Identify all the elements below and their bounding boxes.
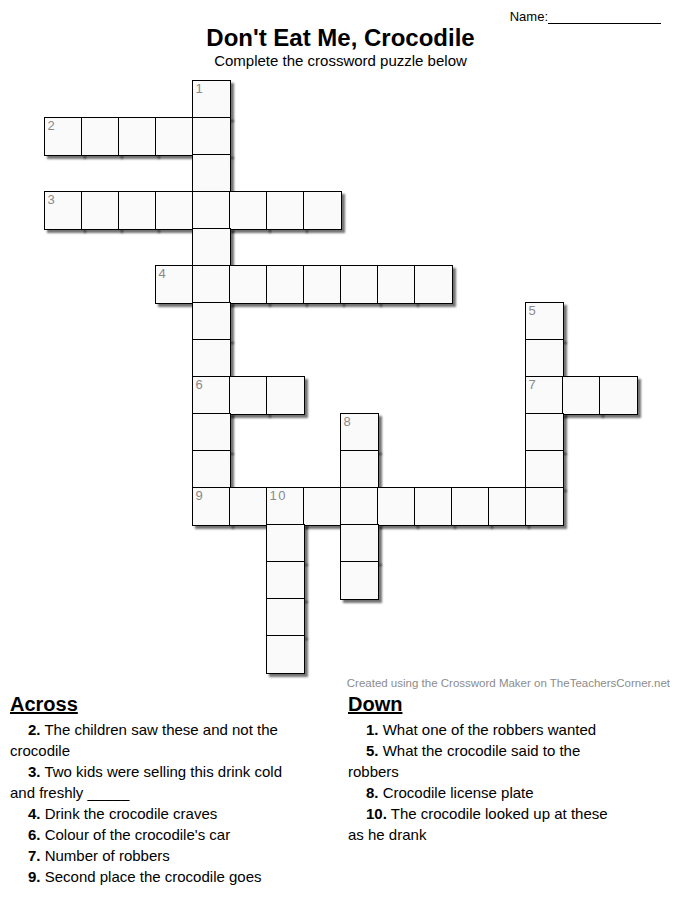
clue-across-9: 9. Second place the crocodile goes (10, 866, 348, 887)
clue-text: Crocodile license plate (383, 784, 534, 801)
crossword-cell[interactable] (229, 376, 268, 415)
crossword-cell[interactable] (599, 376, 638, 415)
crossword-cell[interactable] (192, 117, 231, 156)
crossword-cell[interactable]: 3 (44, 191, 83, 230)
crossword-cell[interactable] (81, 117, 120, 156)
clue-across-7: 7. Number of robbers (10, 845, 348, 866)
crossword-cell[interactable]: 6 (192, 376, 231, 415)
page-title: Don't Eat Me, Crocodile (0, 25, 681, 50)
clue-down-5: 5. What the crocodile said to the robber… (348, 740, 671, 782)
crossword-cell[interactable]: 1 (192, 80, 231, 119)
cell-number: 10 (270, 489, 287, 503)
crossword-cell[interactable] (192, 450, 231, 489)
crossword-cell[interactable] (525, 450, 564, 489)
crossword-cell[interactable]: 2 (44, 117, 83, 156)
page-subtitle: Complete the crossword puzzle below (0, 52, 681, 69)
crossword-cell[interactable] (340, 524, 379, 563)
clue-number-label: 8. (366, 784, 379, 801)
crossword-cell[interactable]: 4 (155, 265, 194, 304)
crossword-cell[interactable] (266, 635, 305, 674)
clue-number-label: 3. (28, 763, 41, 780)
clues-section: Across 2. The children saw these and not… (10, 693, 671, 887)
crossword-cell[interactable]: 5 (525, 302, 564, 341)
clue-across-4: 4. Drink the crocodile craves (10, 803, 348, 824)
cell-number: 3 (48, 193, 57, 207)
crossword-cell[interactable] (229, 487, 268, 526)
clue-down-8: 8. Crocodile license plate (348, 782, 671, 803)
crossword-cell[interactable] (340, 487, 379, 526)
crossword-cell[interactable] (229, 191, 268, 230)
clue-number-label: 6. (28, 826, 41, 843)
cell-number: 6 (196, 378, 205, 392)
crossword-cell[interactable] (192, 154, 231, 193)
clue-down-1: 1. What one of the robbers wanted (348, 719, 671, 740)
down-clue-list: 1. What one of the robbers wanted5. What… (348, 719, 671, 845)
crossword-cell[interactable]: 7 (525, 376, 564, 415)
crossword-cell[interactable] (525, 413, 564, 452)
crossword-cell[interactable] (377, 265, 416, 304)
crossword-cell[interactable] (303, 191, 342, 230)
crossword-cell[interactable] (192, 339, 231, 378)
cell-number: 2 (48, 119, 57, 133)
clue-across-6: 6. Colour of the crocodile's car (10, 824, 348, 845)
clue-text: The children saw these and not the croco… (10, 721, 278, 759)
clue-across-3: 3. Two kids were selling this drink cold… (10, 761, 348, 803)
crossword-cell[interactable] (192, 302, 231, 341)
clue-text: The crocodile looked up at these as he d… (348, 805, 608, 843)
clue-across-2: 2. The children saw these and not the cr… (10, 719, 348, 761)
crossword-cell[interactable] (118, 191, 157, 230)
crossword-cell[interactable] (155, 117, 194, 156)
crossword-cell[interactable] (266, 191, 305, 230)
across-heading: Across (10, 693, 348, 716)
crossword-cell[interactable] (377, 487, 416, 526)
clue-text: What one of the robbers wanted (383, 721, 596, 738)
crossword-cell[interactable] (192, 413, 231, 452)
name-input-line[interactable] (548, 9, 661, 24)
name-label: Name: (510, 9, 548, 24)
crossword-grid: 12345678910 (44, 80, 636, 672)
crossword-cell[interactable] (414, 265, 453, 304)
clue-text: Two kids were selling this drink cold an… (10, 763, 282, 801)
clue-text: Second place the crocodile goes (45, 868, 262, 885)
crossword-cell[interactable] (340, 561, 379, 600)
clue-number-label: 10. (366, 805, 387, 822)
crossword-cell[interactable] (118, 117, 157, 156)
crossword-cell[interactable] (303, 265, 342, 304)
crossword-cell[interactable] (266, 265, 305, 304)
crossword-cell[interactable]: 8 (340, 413, 379, 452)
cell-number: 1 (196, 82, 205, 96)
crossword-cell[interactable] (266, 376, 305, 415)
attribution-text: Created using the Crossword Maker on The… (347, 677, 670, 689)
clue-number-label: 5. (366, 742, 379, 759)
clue-text: Number of robbers (45, 847, 170, 864)
crossword-cell[interactable] (192, 265, 231, 304)
clue-number-label: 4. (28, 805, 41, 822)
crossword-cell[interactable]: 9 (192, 487, 231, 526)
crossword-cell[interactable] (266, 524, 305, 563)
crossword-cell[interactable] (266, 561, 305, 600)
clue-number-label: 2. (28, 721, 41, 738)
clue-text: What the crocodile said to the robbers (348, 742, 580, 780)
clue-down-10: 10. The crocodile looked up at these as … (348, 803, 671, 845)
crossword-cell[interactable] (81, 191, 120, 230)
crossword-cell[interactable] (192, 228, 231, 267)
crossword-cell[interactable] (525, 339, 564, 378)
crossword-cell[interactable] (192, 191, 231, 230)
crossword-cell[interactable] (488, 487, 527, 526)
crossword-cell[interactable] (303, 487, 342, 526)
across-clues-column: Across 2. The children saw these and not… (10, 693, 348, 887)
name-field: Name: (510, 9, 661, 24)
clue-number-label: 9. (28, 868, 41, 885)
crossword-cell[interactable] (266, 598, 305, 637)
cell-number: 5 (529, 304, 538, 318)
crossword-cell[interactable] (155, 191, 194, 230)
cell-number: 9 (196, 489, 205, 503)
down-heading: Down (348, 693, 671, 716)
across-clue-list: 2. The children saw these and not the cr… (10, 719, 348, 887)
crossword-cell[interactable] (340, 265, 379, 304)
clue-number-label: 1. (366, 721, 379, 738)
cell-number: 7 (529, 378, 538, 392)
crossword-cell[interactable] (451, 487, 490, 526)
cell-number: 8 (344, 415, 353, 429)
crossword-cell[interactable] (340, 450, 379, 489)
cell-number: 4 (159, 267, 168, 281)
clue-number-label: 7. (28, 847, 41, 864)
down-clues-column: Down 1. What one of the robbers wanted5.… (348, 693, 671, 887)
crossword-cell[interactable] (414, 487, 453, 526)
crossword-cell[interactable] (525, 487, 564, 526)
crossword-cell[interactable] (562, 376, 601, 415)
clue-text: Drink the crocodile craves (45, 805, 218, 822)
crossword-cell[interactable] (229, 265, 268, 304)
clue-text: Colour of the crocodile's car (45, 826, 230, 843)
crossword-cell[interactable]: 10 (266, 487, 305, 526)
